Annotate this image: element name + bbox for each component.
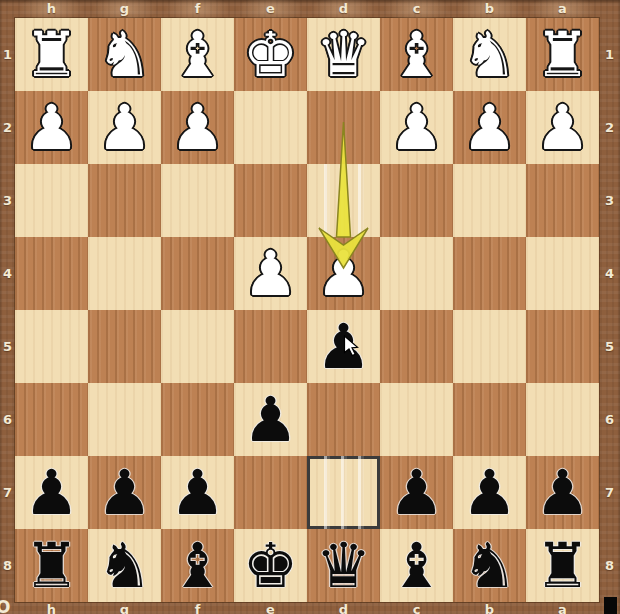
black-pawn[interactable]: ♟	[380, 456, 453, 529]
file-labels-top: hgfedcba	[15, 0, 599, 18]
square-d8[interactable]: ♛	[307, 529, 380, 602]
black-pawn[interactable]: ♟	[234, 383, 307, 456]
square-e2[interactable]	[234, 91, 307, 164]
file-label-bottom-d: d	[307, 602, 380, 614]
square-a2[interactable]: ♟	[526, 91, 599, 164]
square-h7[interactable]: ♟	[15, 456, 88, 529]
square-f2[interactable]: ♟	[161, 91, 234, 164]
black-queen[interactable]: ♛	[307, 529, 380, 602]
rank-label-right-4: 4	[599, 237, 620, 310]
wood-streak-overlay	[319, 456, 372, 529]
square-c6[interactable]	[380, 383, 453, 456]
file-label-top-c: c	[380, 0, 453, 18]
square-f3[interactable]	[161, 164, 234, 237]
square-c7[interactable]: ♟	[380, 456, 453, 529]
square-b3[interactable]	[453, 164, 526, 237]
square-g7[interactable]: ♟	[88, 456, 161, 529]
rank-label-left-2: 2	[0, 91, 15, 164]
square-b1[interactable]: ♞	[453, 18, 526, 91]
black-pawn[interactable]: ♟	[88, 456, 161, 529]
square-a4[interactable]	[526, 237, 599, 310]
white-rook[interactable]: ♜	[15, 18, 88, 91]
white-pawn[interactable]: ♟	[88, 91, 161, 164]
corner-artifact-glyph: O	[0, 599, 10, 614]
black-bishop[interactable]: ♝	[161, 529, 234, 602]
white-bishop[interactable]: ♝	[161, 18, 234, 91]
rank-label-left-8: 8	[0, 529, 15, 602]
square-f7[interactable]: ♟	[161, 456, 234, 529]
corner-black-box	[604, 597, 617, 614]
file-labels-bottom: hgfedcba	[15, 602, 599, 614]
white-pawn[interactable]: ♟	[161, 91, 234, 164]
square-a8[interactable]: ♜	[526, 529, 599, 602]
black-pawn[interactable]: ♟	[526, 456, 599, 529]
square-d3[interactable]	[307, 164, 380, 237]
square-h3[interactable]	[15, 164, 88, 237]
square-h8[interactable]: ♜	[15, 529, 88, 602]
square-g4[interactable]	[88, 237, 161, 310]
rank-label-left-3: 3	[0, 164, 15, 237]
square-g1[interactable]: ♞	[88, 18, 161, 91]
square-c4[interactable]	[380, 237, 453, 310]
rank-label-right-2: 2	[599, 91, 620, 164]
white-pawn[interactable]: ♟	[234, 237, 307, 310]
file-label-top-f: f	[161, 0, 234, 18]
chess-app: hgfedcba hgfedcba 12345678 12345678 ♜♞♝♚…	[0, 0, 620, 614]
square-g6[interactable]	[88, 383, 161, 456]
square-c1[interactable]: ♝	[380, 18, 453, 91]
square-b4[interactable]	[453, 237, 526, 310]
rank-label-right-6: 6	[599, 383, 620, 456]
square-a6[interactable]	[526, 383, 599, 456]
file-label-bottom-c: c	[380, 602, 453, 614]
square-h2[interactable]: ♟	[15, 91, 88, 164]
rank-label-left-4: 4	[0, 237, 15, 310]
square-a1[interactable]: ♜	[526, 18, 599, 91]
square-h6[interactable]	[15, 383, 88, 456]
white-bishop[interactable]: ♝	[380, 18, 453, 91]
white-rook[interactable]: ♜	[526, 18, 599, 91]
black-king[interactable]: ♚	[234, 529, 307, 602]
square-g3[interactable]	[88, 164, 161, 237]
black-pawn[interactable]: ♟	[453, 456, 526, 529]
square-c2[interactable]: ♟	[380, 91, 453, 164]
rank-label-right-7: 7	[599, 456, 620, 529]
white-pawn[interactable]: ♟	[453, 91, 526, 164]
file-label-top-h: h	[15, 0, 88, 18]
rank-label-right-3: 3	[599, 164, 620, 237]
square-a5[interactable]	[526, 310, 599, 383]
white-pawn[interactable]: ♟	[15, 91, 88, 164]
black-pawn[interactable]: ♟	[15, 456, 88, 529]
black-bishop[interactable]: ♝	[380, 529, 453, 602]
white-pawn[interactable]: ♟	[526, 91, 599, 164]
square-b5[interactable]	[453, 310, 526, 383]
square-d2[interactable]	[307, 91, 380, 164]
rank-label-right-5: 5	[599, 310, 620, 383]
chess-board[interactable]: ♜♞♝♚♛♝♞♜♟♟♟♟♟♟♟♟♟♟♟♟♟♟♟♟♜♞♝♚♛♝♞♜	[15, 18, 599, 602]
file-label-bottom-e: e	[234, 602, 307, 614]
square-d1[interactable]: ♛	[307, 18, 380, 91]
square-h4[interactable]	[15, 237, 88, 310]
square-e1[interactable]: ♚	[234, 18, 307, 91]
file-label-bottom-a: a	[526, 602, 599, 614]
white-knight[interactable]: ♞	[88, 18, 161, 91]
black-rook[interactable]: ♜	[15, 529, 88, 602]
square-d4[interactable]: ♟	[307, 237, 380, 310]
square-e4[interactable]: ♟	[234, 237, 307, 310]
square-b2[interactable]: ♟	[453, 91, 526, 164]
square-d7[interactable]	[307, 456, 380, 529]
square-f6[interactable]	[161, 383, 234, 456]
square-h5[interactable]	[15, 310, 88, 383]
white-pawn[interactable]: ♟	[380, 91, 453, 164]
wood-streak-overlay	[319, 164, 372, 237]
file-label-bottom-f: f	[161, 602, 234, 614]
file-label-bottom-h: h	[15, 602, 88, 614]
square-c3[interactable]	[380, 164, 453, 237]
square-g8[interactable]: ♞	[88, 529, 161, 602]
black-rook[interactable]: ♜	[526, 529, 599, 602]
file-label-top-g: g	[88, 0, 161, 18]
white-pawn[interactable]: ♟	[307, 237, 380, 310]
rank-label-left-6: 6	[0, 383, 15, 456]
square-g5[interactable]	[88, 310, 161, 383]
rank-label-left-7: 7	[0, 456, 15, 529]
black-pawn[interactable]: ♟	[161, 456, 234, 529]
square-e5[interactable]	[234, 310, 307, 383]
white-king[interactable]: ♚	[234, 18, 307, 91]
file-label-top-d: d	[307, 0, 380, 18]
square-e7[interactable]	[234, 456, 307, 529]
file-label-top-e: e	[234, 0, 307, 18]
file-label-top-b: b	[453, 0, 526, 18]
white-queen[interactable]: ♛	[307, 18, 380, 91]
rank-label-left-5: 5	[0, 310, 15, 383]
square-c8[interactable]: ♝	[380, 529, 453, 602]
square-a7[interactable]: ♟	[526, 456, 599, 529]
square-d5[interactable]: ♟	[307, 310, 380, 383]
square-f8[interactable]: ♝	[161, 529, 234, 602]
file-label-bottom-g: g	[88, 602, 161, 614]
file-label-bottom-b: b	[453, 602, 526, 614]
square-f4[interactable]	[161, 237, 234, 310]
square-b7[interactable]: ♟	[453, 456, 526, 529]
rank-labels-left: 12345678	[0, 18, 15, 602]
black-knight[interactable]: ♞	[453, 529, 526, 602]
square-b8[interactable]: ♞	[453, 529, 526, 602]
square-f5[interactable]	[161, 310, 234, 383]
square-h1[interactable]: ♜	[15, 18, 88, 91]
square-d6[interactable]	[307, 383, 380, 456]
square-e3[interactable]	[234, 164, 307, 237]
black-knight[interactable]: ♞	[88, 529, 161, 602]
rank-label-left-1: 1	[0, 18, 15, 91]
square-c5[interactable]	[380, 310, 453, 383]
white-knight[interactable]: ♞	[453, 18, 526, 91]
file-label-top-a: a	[526, 0, 599, 18]
square-b6[interactable]	[453, 383, 526, 456]
black-pawn[interactable]: ♟	[307, 310, 380, 383]
square-a3[interactable]	[526, 164, 599, 237]
rank-labels-right: 12345678	[599, 18, 620, 602]
square-g2[interactable]: ♟	[88, 91, 161, 164]
square-f1[interactable]: ♝	[161, 18, 234, 91]
rank-label-right-8: 8	[599, 529, 620, 602]
rank-label-right-1: 1	[599, 18, 620, 91]
square-e8[interactable]: ♚	[234, 529, 307, 602]
square-e6[interactable]: ♟	[234, 383, 307, 456]
